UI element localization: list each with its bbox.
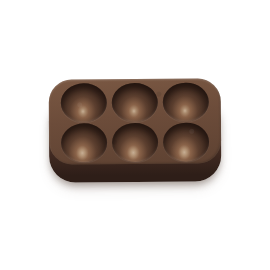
pit-r1-c0[interactable] xyxy=(61,123,107,162)
pit-r1-c1[interactable] xyxy=(112,123,158,162)
pit-r0-c0[interactable] xyxy=(60,83,106,122)
mancala-board xyxy=(49,78,222,182)
pit-r1-c2[interactable] xyxy=(163,122,209,161)
board-top-surface xyxy=(49,78,222,164)
pit-grid xyxy=(49,78,222,164)
photo-canvas xyxy=(0,0,270,270)
pit-r0-c2[interactable] xyxy=(163,83,209,122)
pit-r0-c1[interactable] xyxy=(112,83,158,122)
